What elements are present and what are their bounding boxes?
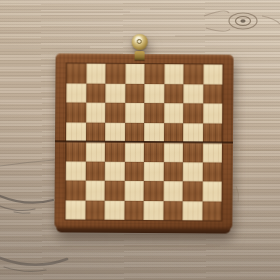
square-c1[interactable] bbox=[104, 200, 124, 220]
square-h7[interactable] bbox=[203, 84, 223, 104]
square-a3[interactable] bbox=[66, 161, 86, 181]
square-c5[interactable] bbox=[105, 122, 125, 142]
square-c2[interactable] bbox=[105, 181, 125, 201]
square-f4[interactable] bbox=[163, 142, 183, 162]
square-h3[interactable] bbox=[202, 162, 222, 182]
square-d2[interactable] bbox=[124, 181, 144, 201]
square-g6[interactable] bbox=[183, 103, 203, 123]
square-e7[interactable] bbox=[144, 84, 164, 104]
square-g7[interactable] bbox=[183, 84, 203, 104]
square-e2[interactable] bbox=[144, 181, 164, 201]
square-d1[interactable] bbox=[124, 200, 144, 220]
square-e8[interactable] bbox=[144, 64, 164, 84]
square-a4[interactable] bbox=[66, 141, 86, 161]
square-b6[interactable] bbox=[86, 103, 106, 123]
brass-clasp-latch bbox=[131, 34, 149, 60]
square-d3[interactable] bbox=[124, 161, 144, 181]
square-f5[interactable] bbox=[163, 123, 183, 143]
square-h8[interactable] bbox=[203, 64, 223, 84]
square-a1[interactable] bbox=[65, 200, 85, 220]
square-h2[interactable] bbox=[202, 181, 222, 201]
square-b5[interactable] bbox=[85, 122, 105, 142]
square-b8[interactable] bbox=[86, 64, 106, 84]
square-b3[interactable] bbox=[85, 161, 105, 181]
square-e3[interactable] bbox=[144, 161, 164, 181]
square-d6[interactable] bbox=[125, 103, 145, 123]
square-e5[interactable] bbox=[144, 123, 164, 143]
square-c7[interactable] bbox=[105, 83, 125, 103]
square-h1[interactable] bbox=[202, 201, 222, 221]
square-g5[interactable] bbox=[183, 123, 203, 143]
square-f1[interactable] bbox=[163, 201, 183, 221]
square-g1[interactable] bbox=[182, 201, 202, 221]
square-d7[interactable] bbox=[125, 83, 145, 103]
square-d8[interactable] bbox=[125, 64, 145, 84]
clasp-knob-icon bbox=[132, 34, 148, 50]
square-e4[interactable] bbox=[144, 142, 164, 162]
square-b4[interactable] bbox=[85, 142, 105, 162]
square-d4[interactable] bbox=[124, 142, 144, 162]
square-f3[interactable] bbox=[163, 162, 183, 182]
square-h4[interactable] bbox=[202, 142, 222, 162]
clasp-base bbox=[135, 51, 145, 60]
square-c8[interactable] bbox=[105, 64, 125, 84]
square-f6[interactable] bbox=[164, 103, 184, 123]
square-c4[interactable] bbox=[105, 142, 125, 162]
square-a6[interactable] bbox=[66, 102, 86, 122]
square-f7[interactable] bbox=[164, 84, 184, 104]
square-g2[interactable] bbox=[183, 181, 203, 201]
square-a8[interactable] bbox=[66, 63, 86, 83]
square-f2[interactable] bbox=[163, 181, 183, 201]
square-g3[interactable] bbox=[183, 162, 203, 182]
square-h5[interactable] bbox=[202, 123, 222, 143]
square-a2[interactable] bbox=[66, 180, 86, 200]
square-e6[interactable] bbox=[144, 103, 164, 123]
square-g4[interactable] bbox=[183, 142, 203, 162]
square-h6[interactable] bbox=[203, 103, 223, 123]
square-c6[interactable] bbox=[105, 103, 125, 123]
square-g8[interactable] bbox=[183, 64, 203, 84]
square-b1[interactable] bbox=[85, 200, 105, 220]
chessboard bbox=[54, 53, 233, 229]
square-d5[interactable] bbox=[124, 122, 144, 142]
square-c3[interactable] bbox=[105, 161, 125, 181]
square-a5[interactable] bbox=[66, 122, 86, 142]
square-f8[interactable] bbox=[164, 64, 184, 84]
square-e1[interactable] bbox=[143, 200, 163, 220]
square-b7[interactable] bbox=[86, 83, 106, 103]
square-b2[interactable] bbox=[85, 181, 105, 201]
square-a7[interactable] bbox=[66, 83, 86, 103]
